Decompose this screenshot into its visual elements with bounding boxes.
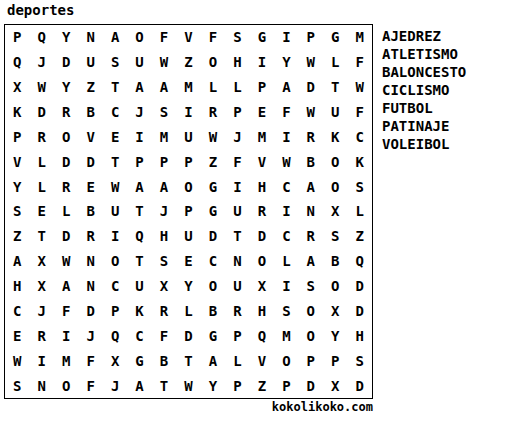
grid-cell-r13c6[interactable]: C xyxy=(127,323,151,348)
grid-cell-r13c11[interactable]: Q xyxy=(250,323,274,348)
grid-cell-r1c2[interactable]: Q xyxy=(29,25,53,50)
grid-cell-r4c4[interactable]: B xyxy=(78,100,102,125)
grid-cell-r11c12[interactable]: I xyxy=(274,274,298,299)
grid-cell-r6c14[interactable]: O xyxy=(323,149,347,174)
grid-cell-r3c10[interactable]: L xyxy=(225,75,249,100)
grid-cell-r6c8[interactable]: P xyxy=(176,149,200,174)
source-credit: kokolikoko.com xyxy=(0,400,373,414)
grid-cell-r2c7[interactable]: W xyxy=(152,50,176,75)
grid-cell-r4c5[interactable]: C xyxy=(103,100,127,125)
grid-cell-r9c5[interactable]: I xyxy=(103,224,127,249)
grid-cell-r14c14[interactable]: P xyxy=(323,348,347,373)
grid-cell-r2c9[interactable]: O xyxy=(201,50,225,75)
grid-cell-r1c7[interactable]: F xyxy=(152,25,176,50)
grid-cell-r5c2[interactable]: R xyxy=(29,124,53,149)
grid-cell-r11c7[interactable]: X xyxy=(152,274,176,299)
grid-cell-r4c2[interactable]: D xyxy=(29,100,53,125)
grid-cell-r15c3[interactable]: O xyxy=(54,373,78,398)
grid-cell-r1c5[interactable]: A xyxy=(103,25,127,50)
grid-cell-r14c13[interactable]: P xyxy=(299,348,323,373)
grid-cell-r5c7[interactable]: M xyxy=(152,124,176,149)
grid-cell-r5c12[interactable]: I xyxy=(274,124,298,149)
grid-cell-r2c2[interactable]: J xyxy=(29,50,53,75)
grid-cell-r9c15[interactable]: Z xyxy=(348,224,372,249)
grid-cell-r14c1[interactable]: W xyxy=(5,348,29,373)
grid-cell-r9c10[interactable]: T xyxy=(225,224,249,249)
grid-cell-r14c15[interactable]: S xyxy=(348,348,372,373)
grid-cell-r3c14[interactable]: T xyxy=(323,75,347,100)
grid-cell-r5c15[interactable]: C xyxy=(348,124,372,149)
grid-cell-r8c8[interactable]: P xyxy=(176,199,200,224)
grid-cell-r14c3[interactable]: M xyxy=(54,348,78,373)
grid-cell-r2c14[interactable]: L xyxy=(323,50,347,75)
grid-cell-r4c3[interactable]: R xyxy=(54,100,78,125)
grid-cell-r12c15[interactable]: D xyxy=(348,299,372,324)
grid-cell-r4c8[interactable]: I xyxy=(176,100,200,125)
grid-cell-r12c3[interactable]: F xyxy=(54,299,78,324)
word-list-item: CICLISMO xyxy=(382,81,466,99)
grid-cell-r15c1[interactable]: S xyxy=(5,373,29,398)
grid-cell-r1c9[interactable]: F xyxy=(201,25,225,50)
grid-cell-r4c14[interactable]: U xyxy=(323,100,347,125)
grid-cell-r11c9[interactable]: O xyxy=(201,274,225,299)
grid-cell-r3c9[interactable]: L xyxy=(201,75,225,100)
grid-cell-r7c4[interactable]: E xyxy=(78,174,102,199)
grid-cell-r12c6[interactable]: K xyxy=(127,299,151,324)
grid-cell-r15c13[interactable]: D xyxy=(299,373,323,398)
grid-cell-r13c10[interactable]: P xyxy=(225,323,249,348)
grid-cell-r3c11[interactable]: P xyxy=(250,75,274,100)
grid-cell-r6c9[interactable]: Z xyxy=(201,149,225,174)
grid-cell-r1c14[interactable]: G xyxy=(323,25,347,50)
grid-cell-r12c14[interactable]: X xyxy=(323,299,347,324)
grid-cell-r7c5[interactable]: W xyxy=(103,174,127,199)
grid-cell-r2c10[interactable]: H xyxy=(225,50,249,75)
word-list-item: BALONCESTO xyxy=(382,63,466,81)
grid-cell-r10c12[interactable]: L xyxy=(274,249,298,274)
grid-cell-r15c8[interactable]: W xyxy=(176,373,200,398)
grid-cell-r1c13[interactable]: P xyxy=(299,25,323,50)
grid-cell-r5c11[interactable]: M xyxy=(250,124,274,149)
grid-cell-r9c3[interactable]: D xyxy=(54,224,78,249)
grid-cell-r13c8[interactable]: D xyxy=(176,323,200,348)
grid-cell-r6c12[interactable]: W xyxy=(274,149,298,174)
grid-cell-r5c14[interactable]: K xyxy=(323,124,347,149)
grid-cell-r3c3[interactable]: Y xyxy=(54,75,78,100)
grid-cell-r5c1[interactable]: P xyxy=(5,124,29,149)
grid-cell-r3c6[interactable]: A xyxy=(127,75,151,100)
grid-cell-r4c1[interactable]: K xyxy=(5,100,29,125)
grid-cell-r2c5[interactable]: S xyxy=(103,50,127,75)
grid-cell-r13c3[interactable]: I xyxy=(54,323,78,348)
word-list: AJEDREZATLETISMOBALONCESTOCICLISMOFUTBOL… xyxy=(382,27,466,153)
grid-cell-r7c7[interactable]: A xyxy=(152,174,176,199)
grid-cell-r9c8[interactable]: U xyxy=(176,224,200,249)
grid-cell-r11c3[interactable]: A xyxy=(54,274,78,299)
grid-cell-r9c2[interactable]: T xyxy=(29,224,53,249)
grid-cell-r4c9[interactable]: R xyxy=(201,100,225,125)
grid-cell-r7c3[interactable]: R xyxy=(54,174,78,199)
grid-cell-r7c13[interactable]: A xyxy=(299,174,323,199)
grid-cell-r7c15[interactable]: S xyxy=(348,174,372,199)
grid-cell-r15c15[interactable]: D xyxy=(348,373,372,398)
grid-cell-r2c13[interactable]: W xyxy=(299,50,323,75)
grid-cell-r12c5[interactable]: P xyxy=(103,299,127,324)
grid-cell-r15c7[interactable]: T xyxy=(152,373,176,398)
grid-cell-r12c1[interactable]: C xyxy=(5,299,29,324)
grid-cell-r1c4[interactable]: N xyxy=(78,25,102,50)
grid-cell-r14c2[interactable]: I xyxy=(29,348,53,373)
grid-cell-r14c9[interactable]: A xyxy=(201,348,225,373)
grid-cell-r5c13[interactable]: R xyxy=(299,124,323,149)
grid-cell-r15c6[interactable]: A xyxy=(127,373,151,398)
grid-cell-r7c2[interactable]: L xyxy=(29,174,53,199)
grid-cell-r11c14[interactable]: O xyxy=(323,274,347,299)
grid-cell-r13c7[interactable]: F xyxy=(152,323,176,348)
grid-cell-r11c2[interactable]: X xyxy=(29,274,53,299)
grid-cell-r11c10[interactable]: U xyxy=(225,274,249,299)
grid-cell-r15c14[interactable]: X xyxy=(323,373,347,398)
grid-cell-r3c2[interactable]: W xyxy=(29,75,53,100)
grid-cell-r11c13[interactable]: S xyxy=(299,274,323,299)
grid-cell-r8c10[interactable]: U xyxy=(225,199,249,224)
grid-cell-r15c4[interactable]: F xyxy=(78,373,102,398)
grid-cell-r1c15[interactable]: M xyxy=(348,25,372,50)
grid-cell-r6c2[interactable]: L xyxy=(29,149,53,174)
grid-cell-r10c7[interactable]: S xyxy=(152,249,176,274)
grid-cell-r10c15[interactable]: Q xyxy=(348,249,372,274)
grid-cell-r7c11[interactable]: H xyxy=(250,174,274,199)
grid-cell-r13c5[interactable]: Q xyxy=(103,323,127,348)
grid-cell-r15c12[interactable]: P xyxy=(274,373,298,398)
grid-cell-r9c14[interactable]: S xyxy=(323,224,347,249)
grid-cell-r9c13[interactable]: R xyxy=(299,224,323,249)
grid-cell-r8c15[interactable]: L xyxy=(348,199,372,224)
grid-cell-r1c12[interactable]: I xyxy=(274,25,298,50)
grid-cell-r9c4[interactable]: R xyxy=(78,224,102,249)
grid-cell-r2c6[interactable]: U xyxy=(127,50,151,75)
grid-cell-r8c7[interactable]: J xyxy=(152,199,176,224)
grid-cell-r3c12[interactable]: A xyxy=(274,75,298,100)
grid-cell-r10c2[interactable]: X xyxy=(29,249,53,274)
grid-cell-r13c13[interactable]: O xyxy=(299,323,323,348)
grid-cell-r6c15[interactable]: K xyxy=(348,149,372,174)
grid-cell-r8c11[interactable]: R xyxy=(250,199,274,224)
grid-cell-r8c12[interactable]: I xyxy=(274,199,298,224)
grid-cell-r8c6[interactable]: T xyxy=(127,199,151,224)
grid-cell-r12c7[interactable]: R xyxy=(152,299,176,324)
grid-cell-r6c1[interactable]: V xyxy=(5,149,29,174)
word-list-item: VOLEIBOL xyxy=(382,135,466,153)
grid-cell-r12c9[interactable]: B xyxy=(201,299,225,324)
grid-cell-r5c5[interactable]: E xyxy=(103,124,127,149)
grid-cell-r7c9[interactable]: G xyxy=(201,174,225,199)
grid-cell-r1c11[interactable]: G xyxy=(250,25,274,50)
grid-cell-r13c9[interactable]: G xyxy=(201,323,225,348)
grid-cell-r10c11[interactable]: O xyxy=(250,249,274,274)
grid-cell-r7c1[interactable]: Y xyxy=(5,174,29,199)
grid-cell-r10c5[interactable]: O xyxy=(103,249,127,274)
grid-cell-r2c12[interactable]: Y xyxy=(274,50,298,75)
grid-cell-r2c4[interactable]: U xyxy=(78,50,102,75)
grid-cell-r15c2[interactable]: N xyxy=(29,373,53,398)
grid-cell-r8c1[interactable]: S xyxy=(5,199,29,224)
grid-cell-r4c6[interactable]: J xyxy=(127,100,151,125)
grid-cell-r14c5[interactable]: X xyxy=(103,348,127,373)
grid-cell-r6c7[interactable]: P xyxy=(152,149,176,174)
grid-cell-r14c4[interactable]: F xyxy=(78,348,102,373)
grid-cell-r9c9[interactable]: D xyxy=(201,224,225,249)
grid-cell-r6c3[interactable]: D xyxy=(54,149,78,174)
grid-cell-r9c6[interactable]: Q xyxy=(127,224,151,249)
grid-cell-r2c11[interactable]: I xyxy=(250,50,274,75)
word-list-item: ATLETISMO xyxy=(382,45,466,63)
grid-cell-r12c4[interactable]: D xyxy=(78,299,102,324)
grid-cell-r9c1[interactable]: Z xyxy=(5,224,29,249)
grid-cell-r15c11[interactable]: Z xyxy=(250,373,274,398)
grid-cell-r13c2[interactable]: R xyxy=(29,323,53,348)
grid-cell-r6c6[interactable]: P xyxy=(127,149,151,174)
grid-cell-r12c8[interactable]: L xyxy=(176,299,200,324)
grid-cell-r15c10[interactable]: P xyxy=(225,373,249,398)
grid-cell-r10c8[interactable]: E xyxy=(176,249,200,274)
grid-cell-r5c4[interactable]: V xyxy=(78,124,102,149)
grid-cell-r2c15[interactable]: F xyxy=(348,50,372,75)
grid-cell-r4c11[interactable]: E xyxy=(250,100,274,125)
grid-cell-r1c10[interactable]: S xyxy=(225,25,249,50)
grid-cell-r8c3[interactable]: L xyxy=(54,199,78,224)
grid-cell-r7c14[interactable]: O xyxy=(323,174,347,199)
word-list-item: AJEDREZ xyxy=(382,27,466,45)
grid-cell-r6c13[interactable]: B xyxy=(299,149,323,174)
grid-cell-r11c4[interactable]: N xyxy=(78,274,102,299)
grid-cell-r8c14[interactable]: X xyxy=(323,199,347,224)
grid-cell-r4c15[interactable]: F xyxy=(348,100,372,125)
grid-cell-r5c8[interactable]: U xyxy=(176,124,200,149)
grid-cell-r7c6[interactable]: A xyxy=(127,174,151,199)
grid-cell-r4c12[interactable]: F xyxy=(274,100,298,125)
grid-cell-r3c7[interactable]: A xyxy=(152,75,176,100)
grid-cell-r10c1[interactable]: A xyxy=(5,249,29,274)
grid-cell-r3c5[interactable]: T xyxy=(103,75,127,100)
word-list-item: FUTBOL xyxy=(382,99,466,117)
grid-cell-r3c4[interactable]: Z xyxy=(78,75,102,100)
grid-cell-r14c10[interactable]: L xyxy=(225,348,249,373)
grid-cell-r11c1[interactable]: H xyxy=(5,274,29,299)
grid-cell-r8c13[interactable]: N xyxy=(299,199,323,224)
grid-cell-r3c1[interactable]: X xyxy=(5,75,29,100)
grid-cell-r6c4[interactable]: D xyxy=(78,149,102,174)
grid-cell-r3c8[interactable]: M xyxy=(176,75,200,100)
grid-cell-r4c10[interactable]: P xyxy=(225,100,249,125)
grid-cell-r8c4[interactable]: B xyxy=(78,199,102,224)
grid-cell-r3c13[interactable]: D xyxy=(299,75,323,100)
grid-cell-r11c8[interactable]: Y xyxy=(176,274,200,299)
grid-cell-r10c3[interactable]: W xyxy=(54,249,78,274)
grid-cell-r2c1[interactable]: Q xyxy=(5,50,29,75)
grid-cell-r7c10[interactable]: I xyxy=(225,174,249,199)
grid-cell-r11c6[interactable]: U xyxy=(127,274,151,299)
grid-cell-r11c15[interactable]: D xyxy=(348,274,372,299)
grid-cell-r14c11[interactable]: V xyxy=(250,348,274,373)
grid-cell-r13c4[interactable]: J xyxy=(78,323,102,348)
grid-cell-r12c11[interactable]: H xyxy=(250,299,274,324)
grid-cell-r1c3[interactable]: Y xyxy=(54,25,78,50)
grid-cell-r14c6[interactable]: G xyxy=(127,348,151,373)
grid-cell-r10c6[interactable]: T xyxy=(127,249,151,274)
grid-cell-r14c7[interactable]: B xyxy=(152,348,176,373)
grid-cell-r10c4[interactable]: N xyxy=(78,249,102,274)
grid-cell-r6c5[interactable]: T xyxy=(103,149,127,174)
grid-cell-r4c7[interactable]: S xyxy=(152,100,176,125)
grid-cell-r10c14[interactable]: B xyxy=(323,249,347,274)
grid-cell-r7c12[interactable]: C xyxy=(274,174,298,199)
grid-cell-r9c12[interactable]: C xyxy=(274,224,298,249)
grid-cell-r6c11[interactable]: V xyxy=(250,149,274,174)
grid-cell-r5c3[interactable]: O xyxy=(54,124,78,149)
grid-cell-r12c12[interactable]: S xyxy=(274,299,298,324)
grid-cell-r13c15[interactable]: H xyxy=(348,323,372,348)
grid-cell-r13c12[interactable]: M xyxy=(274,323,298,348)
grid-cell-r1c6[interactable]: O xyxy=(127,25,151,50)
grid-cell-r15c9[interactable]: Y xyxy=(201,373,225,398)
grid-cell-r15c5[interactable]: J xyxy=(103,373,127,398)
grid-cell-r14c8[interactable]: T xyxy=(176,348,200,373)
grid-cell-r5c10[interactable]: J xyxy=(225,124,249,149)
grid-cell-r9c7[interactable]: H xyxy=(152,224,176,249)
grid-cell-r8c9[interactable]: G xyxy=(201,199,225,224)
grid-cell-r3c15[interactable]: W xyxy=(348,75,372,100)
grid-cell-r12c2[interactable]: J xyxy=(29,299,53,324)
grid-cell-r5c9[interactable]: W xyxy=(201,124,225,149)
grid-cell-r9c11[interactable]: D xyxy=(250,224,274,249)
grid-cell-r7c8[interactable]: O xyxy=(176,174,200,199)
grid-cell-r8c2[interactable]: E xyxy=(29,199,53,224)
grid-cell-r10c13[interactable]: A xyxy=(299,249,323,274)
grid-cell-r10c10[interactable]: N xyxy=(225,249,249,274)
grid-cell-r13c1[interactable]: E xyxy=(5,323,29,348)
grid-cell-r11c5[interactable]: C xyxy=(103,274,127,299)
grid-cell-r10c9[interactable]: C xyxy=(201,249,225,274)
grid-cell-r8c5[interactable]: U xyxy=(103,199,127,224)
grid-cell-r5c6[interactable]: I xyxy=(127,124,151,149)
grid-cell-r14c12[interactable]: O xyxy=(274,348,298,373)
puzzle-title: deportes xyxy=(7,2,74,18)
word-search-grid: PQYNAOFVFSGIPGMQJDUSUWZOHIYWLFXWYZTAAMLL… xyxy=(4,24,373,399)
grid-cell-r1c8[interactable]: V xyxy=(176,25,200,50)
grid-cell-r6c10[interactable]: F xyxy=(225,149,249,174)
grid-cell-r4c13[interactable]: W xyxy=(299,100,323,125)
word-list-item: PATINAJE xyxy=(382,117,466,135)
grid-cell-r2c8[interactable]: Z xyxy=(176,50,200,75)
grid-cell-r13c14[interactable]: Y xyxy=(323,323,347,348)
grid-cell-r2c3[interactable]: D xyxy=(54,50,78,75)
grid-cell-r12c13[interactable]: O xyxy=(299,299,323,324)
grid-cell-r12c10[interactable]: R xyxy=(225,299,249,324)
grid-cell-r11c11[interactable]: X xyxy=(250,274,274,299)
grid-cell-r1c1[interactable]: P xyxy=(5,25,29,50)
